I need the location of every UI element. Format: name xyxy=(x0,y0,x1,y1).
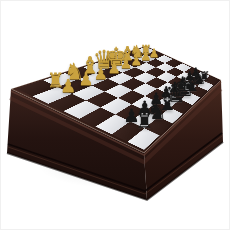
chess-set-product-photo: ♜♞♝♛♚♝♞♜♟♟♟♟♟♟♟♟♟♟♟♟♟♟♟♟♜♞♝♛♚♝♞♜ xyxy=(0,0,230,230)
